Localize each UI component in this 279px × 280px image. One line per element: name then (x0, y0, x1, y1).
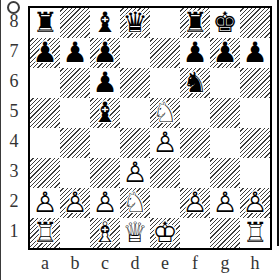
square-b5[interactable] (60, 98, 90, 128)
piece-black-pawn[interactable]: ♟ (90, 68, 120, 98)
piece-white-knight-outline: ♘ (120, 188, 150, 218)
square-e1[interactable]: ♚♔ (150, 218, 180, 248)
square-b2[interactable]: ♟♙ (60, 188, 90, 218)
square-e2[interactable] (150, 188, 180, 218)
piece-white-rook-outline: ♖ (30, 218, 60, 248)
square-d6[interactable] (120, 68, 150, 98)
piece-white-knight[interactable]: ♞ (120, 188, 150, 218)
square-a8[interactable]: ♜ (30, 8, 60, 38)
square-a5[interactable] (30, 98, 60, 128)
square-e5[interactable]: ♞♘ (150, 98, 180, 128)
chess-board: ♜♝♛♜♚♟♟♟♟♟♟♟♞♝♞♘♟♙♟♙♟♙♟♙♟♙♞♘♟♙♟♙♟♙♜♖♝♗♛♕… (28, 6, 272, 250)
square-a3[interactable] (30, 158, 60, 188)
file-label-h: h (240, 250, 270, 276)
piece-black-pawn[interactable]: ♟ (90, 38, 120, 68)
square-c3[interactable] (90, 158, 120, 188)
rank-label-2: 2 (2, 186, 26, 216)
square-e8[interactable] (150, 8, 180, 38)
piece-black-rook[interactable]: ♜ (180, 8, 210, 38)
piece-white-pawn-outline: ♙ (240, 188, 270, 218)
square-h5[interactable] (240, 98, 270, 128)
square-e6[interactable] (150, 68, 180, 98)
square-g8[interactable]: ♚ (210, 8, 240, 38)
square-d5[interactable] (120, 98, 150, 128)
file-label-e: e (150, 250, 180, 276)
square-a7[interactable]: ♟ (30, 38, 60, 68)
piece-white-pawn[interactable]: ♟ (150, 128, 180, 158)
square-g5[interactable] (210, 98, 240, 128)
piece-white-bishop-outline: ♗ (90, 218, 120, 248)
right-edge-line (277, 0, 279, 246)
piece-black-pawn[interactable]: ♟ (60, 38, 90, 68)
piece-black-bishop[interactable]: ♝ (90, 98, 120, 128)
piece-black-king[interactable]: ♚ (210, 8, 240, 38)
rank-label-6: 6 (2, 66, 26, 96)
square-g7[interactable]: ♟ (210, 38, 240, 68)
piece-black-pawn[interactable]: ♟ (30, 38, 60, 68)
square-g3[interactable] (210, 158, 240, 188)
square-f7[interactable]: ♟ (180, 38, 210, 68)
rank-label-7: 7 (2, 36, 26, 66)
square-h8[interactable] (240, 8, 270, 38)
square-f5[interactable] (180, 98, 210, 128)
square-e3[interactable] (150, 158, 180, 188)
piece-white-queen-outline: ♕ (120, 218, 150, 248)
piece-black-bishop[interactable]: ♝ (90, 8, 120, 38)
square-c5[interactable]: ♝ (90, 98, 120, 128)
square-d4[interactable] (120, 128, 150, 158)
piece-black-rook[interactable]: ♜ (30, 8, 60, 38)
rank-labels: 87654321 (2, 6, 26, 246)
square-c2[interactable]: ♟♙ (90, 188, 120, 218)
square-g2[interactable]: ♟♙ (210, 188, 240, 218)
square-b4[interactable] (60, 128, 90, 158)
square-c6[interactable]: ♟ (90, 68, 120, 98)
rank-label-4: 4 (2, 126, 26, 156)
piece-black-queen[interactable]: ♛ (120, 8, 150, 38)
square-h7[interactable]: ♟ (240, 38, 270, 68)
piece-white-bishop[interactable]: ♝ (90, 218, 120, 248)
piece-black-knight[interactable]: ♞ (180, 68, 210, 98)
square-g4[interactable] (210, 128, 240, 158)
square-e7[interactable] (150, 38, 180, 68)
rank-label-5: 5 (2, 96, 26, 126)
chess-diagram: 87654321 ♜♝♛♜♚♟♟♟♟♟♟♟♞♝♞♘♟♙♟♙♟♙♟♙♟♙♞♘♟♙♟… (0, 0, 279, 280)
square-b7[interactable]: ♟ (60, 38, 90, 68)
square-h3[interactable] (240, 158, 270, 188)
piece-black-pawn[interactable]: ♟ (240, 38, 270, 68)
square-d2[interactable]: ♞♘ (120, 188, 150, 218)
square-a2[interactable]: ♟♙ (30, 188, 60, 218)
piece-white-knight-outline: ♘ (150, 98, 180, 128)
piece-white-king[interactable]: ♚ (150, 218, 180, 248)
piece-white-pawn[interactable]: ♟ (120, 158, 150, 188)
square-h2[interactable]: ♟♙ (240, 188, 270, 218)
square-c4[interactable] (90, 128, 120, 158)
square-d7[interactable] (120, 38, 150, 68)
file-label-a: a (30, 250, 60, 276)
square-h1[interactable]: ♜♖ (240, 218, 270, 248)
piece-white-rook-outline: ♖ (240, 218, 270, 248)
piece-white-queen[interactable]: ♛ (120, 218, 150, 248)
square-b8[interactable] (60, 8, 90, 38)
square-d3[interactable]: ♟♙ (120, 158, 150, 188)
piece-white-king-outline: ♔ (150, 218, 180, 248)
piece-white-pawn[interactable]: ♟ (60, 188, 90, 218)
piece-white-pawn-outline: ♙ (120, 158, 150, 188)
square-a1[interactable]: ♜♖ (30, 218, 60, 248)
square-b6[interactable] (60, 68, 90, 98)
file-labels: abcdefgh (30, 250, 270, 276)
piece-white-pawn[interactable]: ♟ (210, 188, 240, 218)
piece-black-pawn[interactable]: ♟ (180, 38, 210, 68)
piece-white-rook[interactable]: ♜ (30, 218, 60, 248)
square-f3[interactable] (180, 158, 210, 188)
square-f6[interactable]: ♞ (180, 68, 210, 98)
file-label-f: f (180, 250, 210, 276)
square-b1[interactable] (60, 218, 90, 248)
rank-label-8: 8 (2, 6, 26, 36)
square-f8[interactable]: ♜ (180, 8, 210, 38)
left-edge-line (0, 0, 1, 280)
piece-white-pawn-outline: ♙ (90, 188, 120, 218)
file-label-b: b (60, 250, 90, 276)
rank-label-3: 3 (2, 156, 26, 186)
square-b3[interactable] (60, 158, 90, 188)
square-c1[interactable]: ♝♗ (90, 218, 120, 248)
file-label-c: c (90, 250, 120, 276)
piece-white-pawn[interactable]: ♟ (90, 188, 120, 218)
square-c7[interactable]: ♟ (90, 38, 120, 68)
rank-label-1: 1 (2, 216, 26, 246)
file-label-d: d (120, 250, 150, 276)
square-e4[interactable]: ♟♙ (150, 128, 180, 158)
file-label-g: g (210, 250, 240, 276)
piece-white-pawn-outline: ♙ (30, 188, 60, 218)
square-g6[interactable] (210, 68, 240, 98)
square-d8[interactable]: ♛ (120, 8, 150, 38)
piece-black-pawn[interactable]: ♟ (210, 38, 240, 68)
piece-white-rook[interactable]: ♜ (240, 218, 270, 248)
square-f2[interactable]: ♟♙ (180, 188, 210, 218)
piece-white-pawn-outline: ♙ (150, 128, 180, 158)
square-a4[interactable] (30, 128, 60, 158)
square-c8[interactable]: ♝ (90, 8, 120, 38)
piece-white-pawn-outline: ♙ (180, 188, 210, 218)
square-a6[interactable] (30, 68, 60, 98)
piece-white-pawn[interactable]: ♟ (30, 188, 60, 218)
square-d1[interactable]: ♛♕ (120, 218, 150, 248)
square-h4[interactable] (240, 128, 270, 158)
piece-white-pawn[interactable]: ♟ (180, 188, 210, 218)
piece-white-pawn[interactable]: ♟ (240, 188, 270, 218)
piece-white-pawn-outline: ♙ (60, 188, 90, 218)
square-h6[interactable] (240, 68, 270, 98)
piece-white-knight[interactable]: ♞ (150, 98, 180, 128)
square-g1[interactable] (210, 218, 240, 248)
square-f1[interactable] (180, 218, 210, 248)
piece-white-pawn-outline: ♙ (210, 188, 240, 218)
square-f4[interactable] (180, 128, 210, 158)
